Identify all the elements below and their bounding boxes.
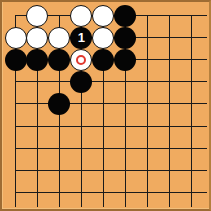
stone-black xyxy=(48,49,70,71)
stone-black xyxy=(114,27,136,49)
grid-line-horizontal xyxy=(15,192,207,193)
stone-black xyxy=(26,49,48,71)
grid-line-horizontal xyxy=(15,81,207,82)
stone-white xyxy=(5,27,27,49)
move-number-label: 1 xyxy=(78,31,85,44)
stone-black xyxy=(114,5,136,27)
stone-white xyxy=(26,27,48,49)
grid-line-horizontal xyxy=(15,170,207,171)
stone-white xyxy=(92,27,114,49)
grid-line-horizontal xyxy=(15,103,207,104)
stone-white-marked xyxy=(70,49,92,71)
stone-black xyxy=(48,93,70,115)
stone-white xyxy=(26,5,48,27)
stone-black xyxy=(92,49,114,71)
stone-white xyxy=(70,5,92,27)
go-diagram: 1 xyxy=(0,0,211,211)
grid-line-horizontal xyxy=(15,126,207,127)
grid-line-horizontal xyxy=(15,148,207,149)
grid-line-vertical xyxy=(169,15,170,207)
stone-black xyxy=(70,71,92,93)
grid-line-vertical xyxy=(147,15,148,207)
circle-marker-icon xyxy=(76,55,86,65)
stone-black xyxy=(5,49,27,71)
stone-white xyxy=(92,5,114,27)
go-board: 1 xyxy=(0,0,211,211)
stone-black-move-1: 1 xyxy=(70,27,92,49)
stone-white xyxy=(48,27,70,49)
grid-line-vertical xyxy=(191,15,192,207)
stone-black xyxy=(114,49,136,71)
